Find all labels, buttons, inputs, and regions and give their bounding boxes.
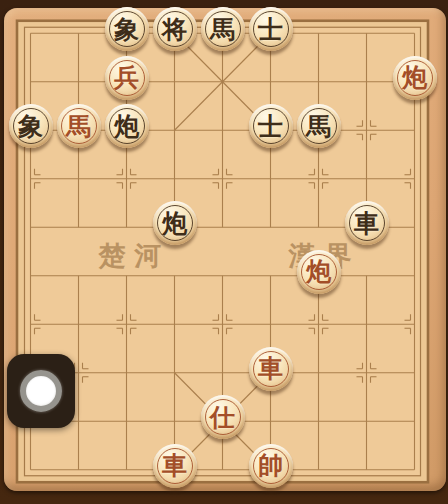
piece-black-cannon[interactable]: 炮: [105, 104, 149, 148]
piece-glyph: 馬: [66, 114, 91, 139]
piece-black-horse[interactable]: 馬: [201, 7, 245, 51]
piece-black-general[interactable]: 将: [153, 7, 197, 51]
piece-glyph: 炮: [114, 114, 139, 139]
piece-glyph: 将: [162, 17, 187, 42]
piece-red-pawn[interactable]: 兵: [105, 56, 149, 100]
piece-black-elephant[interactable]: 象: [105, 7, 149, 51]
piece-black-chariot[interactable]: 車: [345, 201, 389, 245]
piece-glyph: 帥: [258, 453, 283, 478]
piece-black-cannon[interactable]: 炮: [153, 201, 197, 245]
xiangqi-app: 楚河 漢界 象将馬士兵炮象馬炮士馬炮車炮車仕車帥: [0, 0, 448, 504]
piece-red-advisor[interactable]: 仕: [201, 395, 245, 439]
piece-red-chariot[interactable]: 車: [249, 347, 293, 391]
piece-black-elephant[interactable]: 象: [9, 104, 53, 148]
white-circle-icon: [20, 370, 62, 412]
piece-glyph: 士: [258, 114, 283, 139]
piece-red-chariot[interactable]: 車: [153, 444, 197, 488]
piece-red-cannon[interactable]: 炮: [393, 56, 437, 100]
piece-glyph: 象: [114, 17, 139, 42]
piece-red-general[interactable]: 帥: [249, 444, 293, 488]
piece-red-horse[interactable]: 馬: [57, 104, 101, 148]
piece-glyph: 馬: [210, 17, 235, 42]
piece-glyph: 車: [354, 211, 379, 236]
piece-black-advisor[interactable]: 士: [249, 104, 293, 148]
floating-record-button[interactable]: [7, 354, 75, 428]
piece-red-cannon[interactable]: 炮: [297, 250, 341, 294]
piece-glyph: 車: [258, 356, 283, 381]
piece-glyph: 象: [18, 114, 43, 139]
piece-black-horse[interactable]: 馬: [297, 104, 341, 148]
piece-glyph: 兵: [114, 65, 139, 90]
piece-glyph: 炮: [402, 65, 427, 90]
piece-glyph: 仕: [210, 405, 235, 430]
piece-glyph: 車: [162, 453, 187, 478]
piece-glyph: 馬: [306, 114, 331, 139]
piece-glyph: 炮: [306, 259, 331, 284]
piece-black-advisor[interactable]: 士: [249, 7, 293, 51]
piece-glyph: 炮: [162, 211, 187, 236]
piece-glyph: 士: [258, 17, 283, 42]
